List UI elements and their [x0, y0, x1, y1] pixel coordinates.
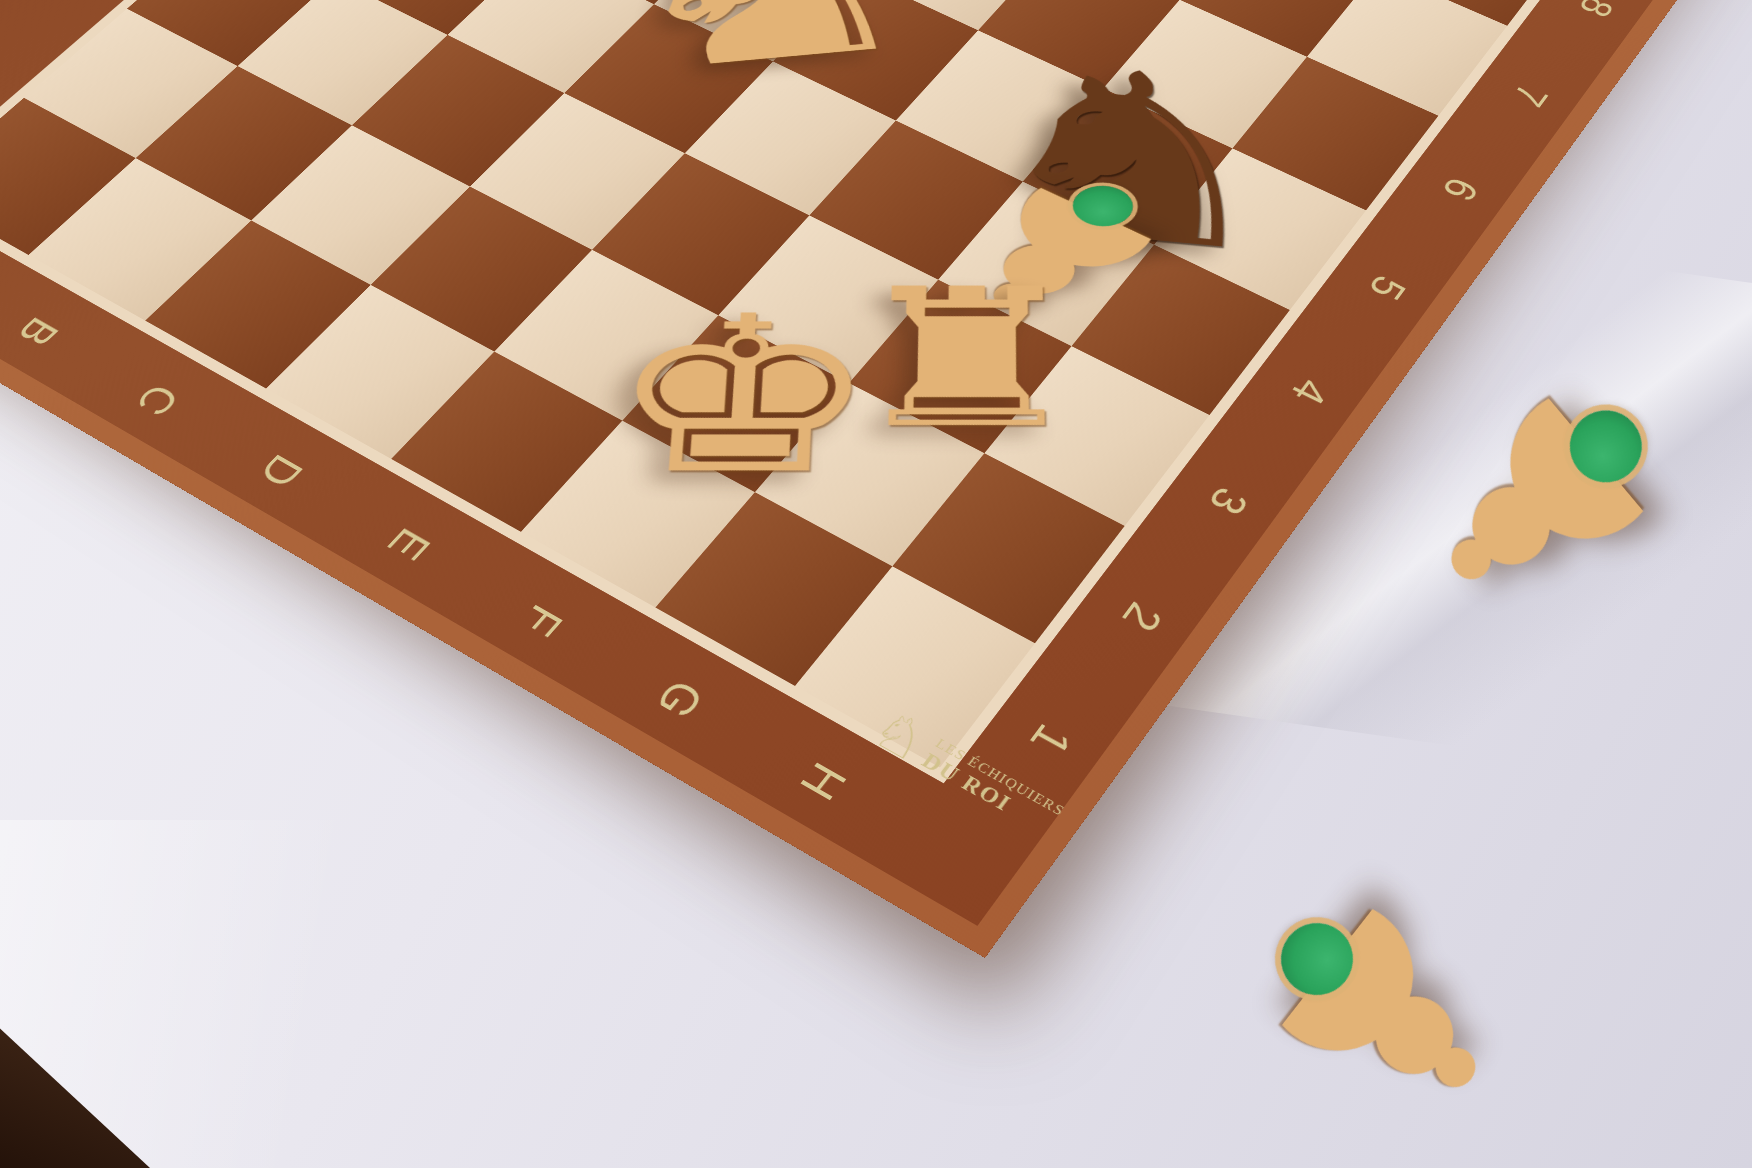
rank-label-4: 4 [1284, 373, 1338, 411]
rank-label-7: 7 [1506, 80, 1556, 112]
tablecloth-fold [0, 820, 820, 1168]
floor-corner [0, 998, 150, 1168]
file-label-b: B [10, 312, 66, 352]
file-label-f: F [513, 598, 571, 642]
green-felt-base [1555, 396, 1656, 497]
file-label-d: D [251, 449, 311, 493]
file-label-g: G [648, 674, 713, 726]
green-felt-base [1266, 909, 1367, 1010]
white-pawn-offboard-fallen[interactable]: ♟ [1220, 845, 1571, 1168]
rank-label-6: 6 [1436, 172, 1487, 206]
rank-label-3: 3 [1202, 481, 1258, 521]
white-knight-d5-standing[interactable]: ♞ [580, 0, 958, 109]
rank-label-1: 1 [1023, 718, 1082, 762]
rank-label-8: 8 [1573, 0, 1622, 22]
white-king-f2-standing[interactable]: ♚ [579, 288, 899, 505]
rank-label-2: 2 [1115, 596, 1172, 638]
file-label-e: E [380, 522, 439, 566]
brand-logo: ♘ LES ÉCHIQUIERS DU ROI [861, 701, 1096, 858]
file-label-c: C [128, 379, 187, 422]
white-pawn-offboard-fallen[interactable]: ♟ [1354, 334, 1706, 686]
photo-scene: ABCDEFGH12345678 ♘ LES ÉCHIQUIERS DU ROI… [0, 0, 1752, 1168]
file-label-h: H [791, 756, 855, 808]
rank-label-5: 5 [1362, 270, 1415, 306]
